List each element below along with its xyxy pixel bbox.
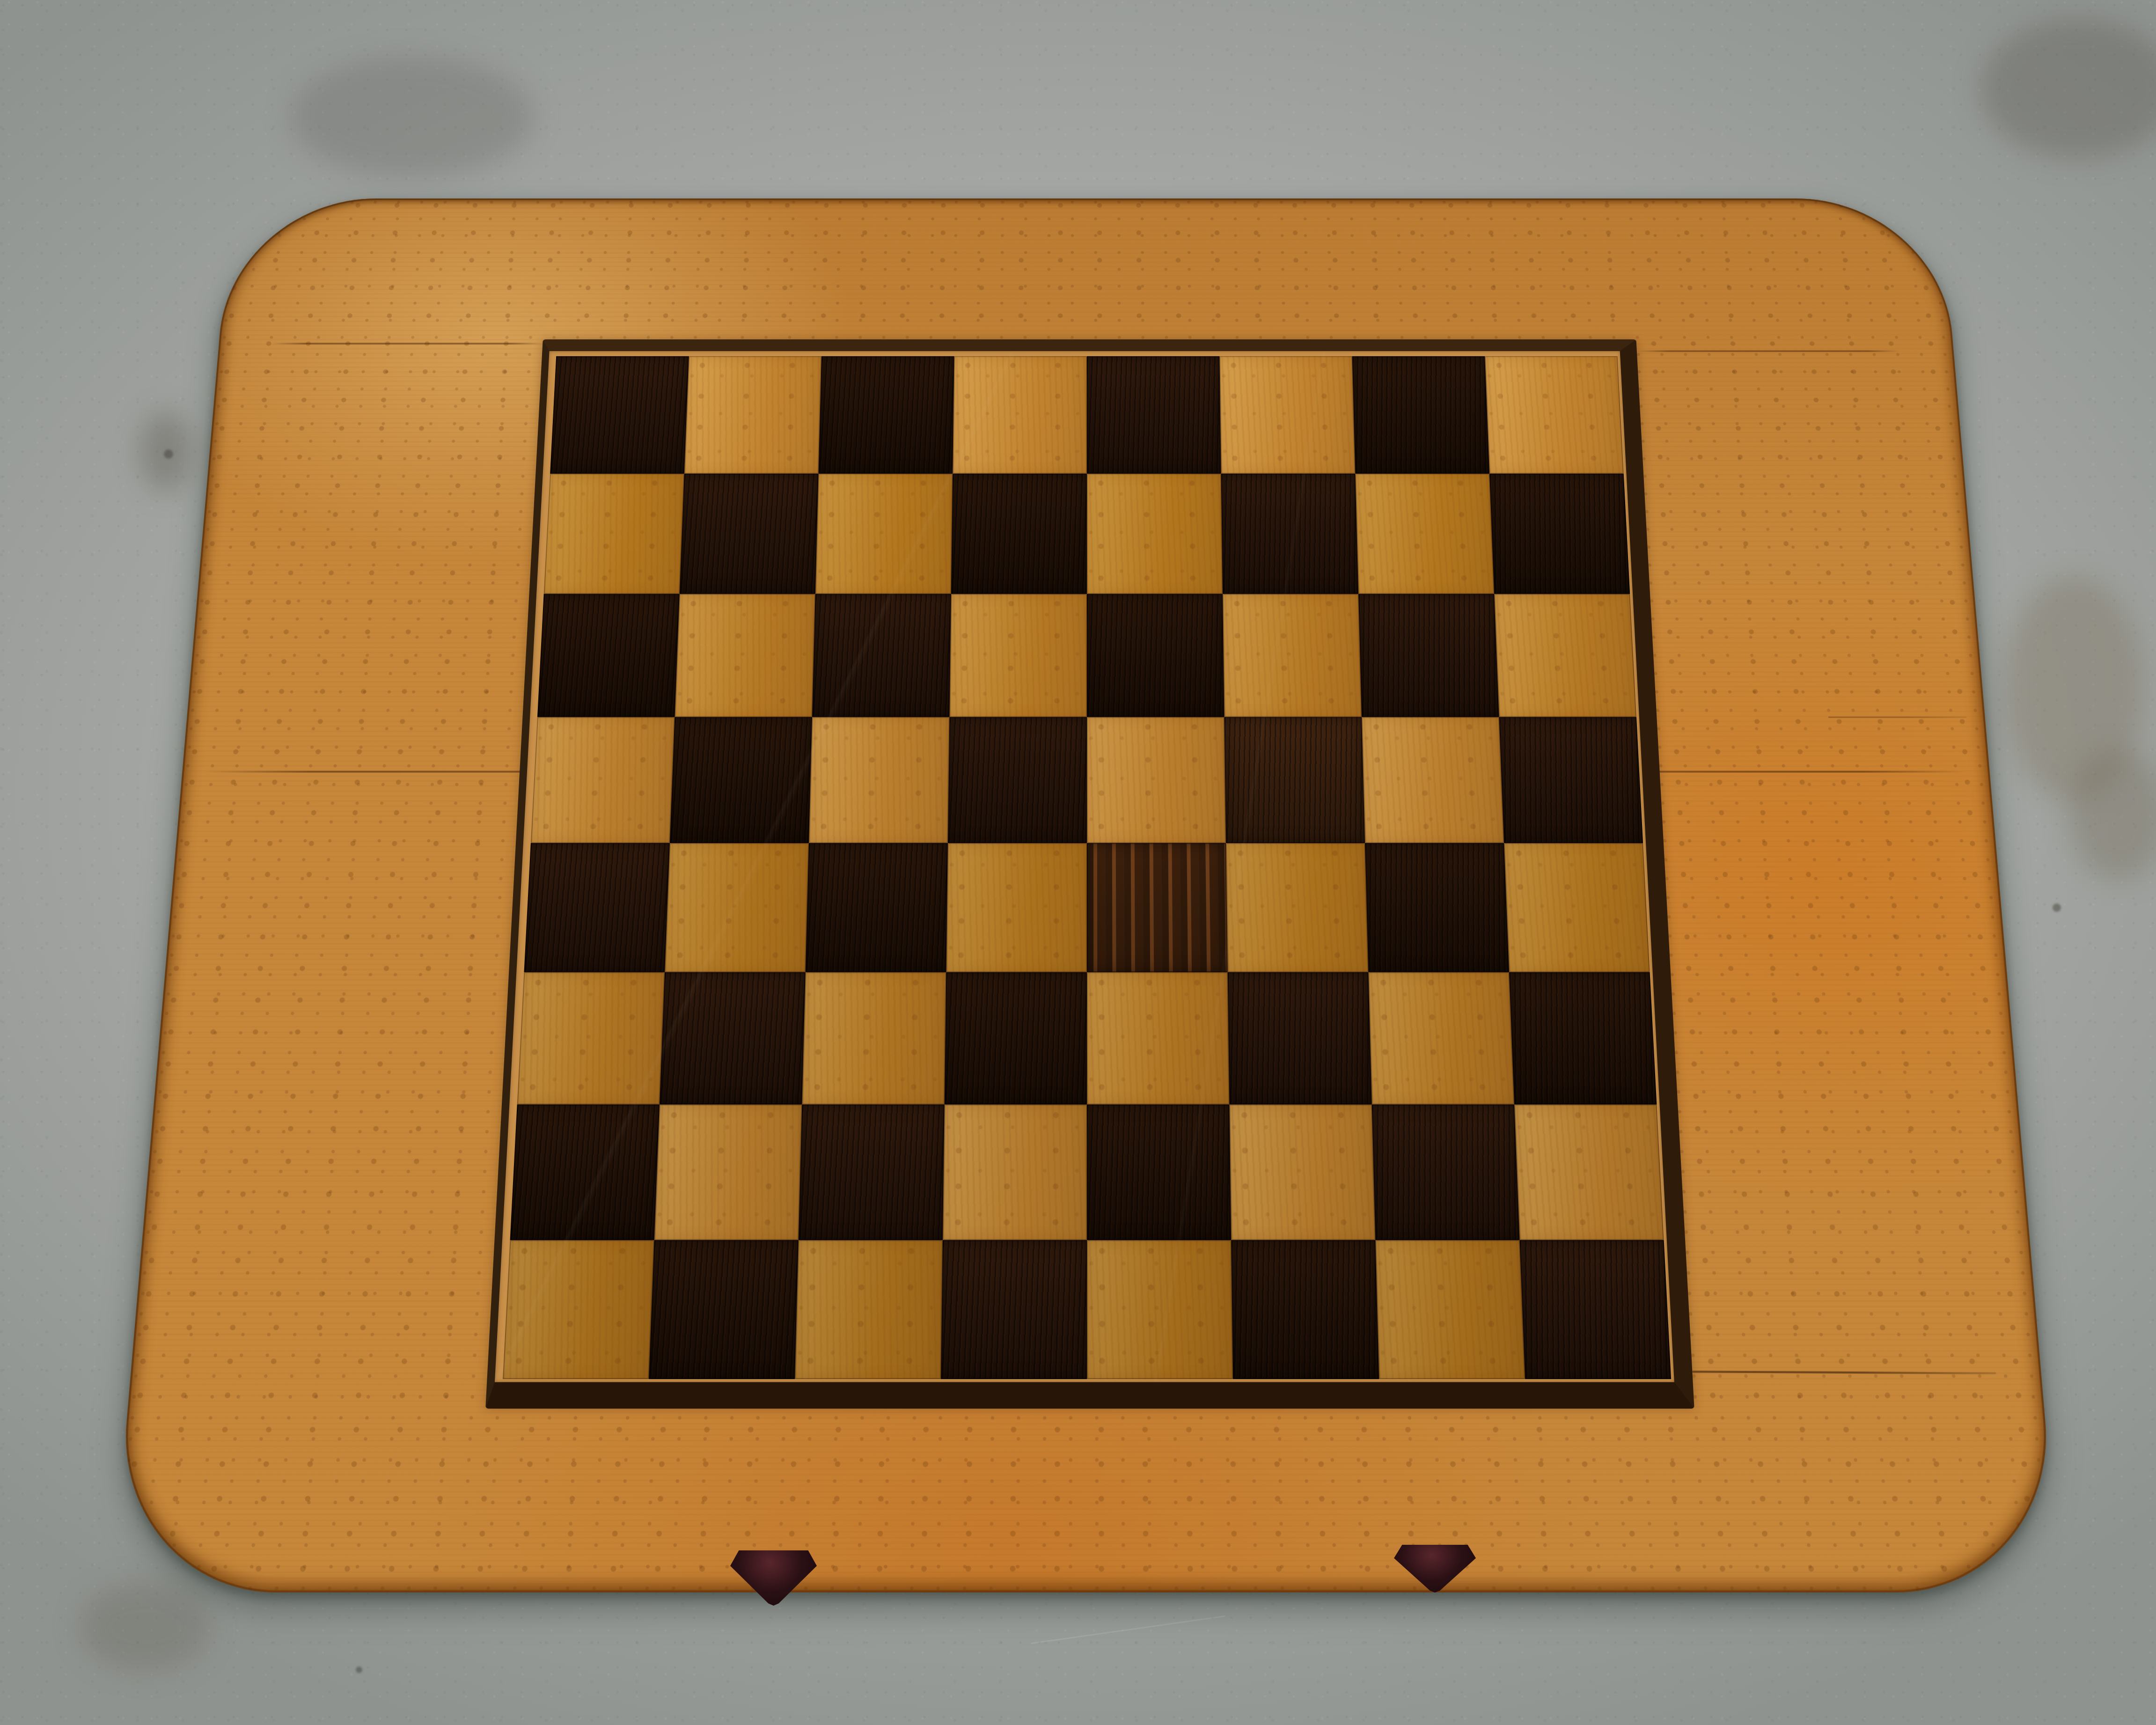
wood-crack-lower-right xyxy=(1692,1371,1996,1374)
square-a7[interactable] xyxy=(544,474,684,594)
square-a6[interactable] xyxy=(537,594,680,717)
square-c2[interactable] xyxy=(799,1104,945,1240)
floor-speck xyxy=(164,449,173,459)
square-c1[interactable] xyxy=(795,1240,943,1379)
square-h4[interactable] xyxy=(1504,843,1650,972)
square-g6[interactable] xyxy=(1358,594,1499,717)
square-h7[interactable] xyxy=(1489,474,1630,594)
square-b4[interactable] xyxy=(665,843,809,972)
square-g1[interactable] xyxy=(1375,1240,1525,1379)
games-table-top xyxy=(112,198,2060,1593)
chessboard xyxy=(485,339,1694,1409)
square-d8[interactable] xyxy=(953,356,1087,474)
square-e1[interactable] xyxy=(1087,1240,1233,1379)
square-e5[interactable] xyxy=(1087,717,1226,843)
floor-stain xyxy=(290,56,534,178)
square-a4[interactable] xyxy=(524,843,669,972)
square-h2[interactable] xyxy=(1514,1104,1664,1240)
square-a5[interactable] xyxy=(531,717,675,843)
square-b8[interactable] xyxy=(684,356,821,474)
square-e3[interactable] xyxy=(1087,972,1229,1105)
square-d3[interactable] xyxy=(945,972,1087,1105)
square-b2[interactable] xyxy=(654,1104,802,1240)
square-c3[interactable] xyxy=(802,972,946,1105)
square-g7[interactable] xyxy=(1355,474,1494,594)
square-h5[interactable] xyxy=(1499,717,1643,843)
square-h3[interactable] xyxy=(1509,972,1657,1105)
floor-scratch xyxy=(1031,1615,1225,1644)
square-c8[interactable] xyxy=(819,356,954,474)
square-f8[interactable] xyxy=(1219,356,1355,474)
square-f3[interactable] xyxy=(1228,972,1372,1105)
square-f1[interactable] xyxy=(1231,1240,1379,1379)
square-b3[interactable] xyxy=(660,972,806,1105)
square-f7[interactable] xyxy=(1221,474,1358,594)
square-b7[interactable] xyxy=(680,474,819,594)
square-c6[interactable] xyxy=(812,594,951,717)
square-g8[interactable] xyxy=(1352,356,1489,474)
floor-stain xyxy=(1980,19,2156,159)
square-c5[interactable] xyxy=(809,717,950,843)
floor-speck xyxy=(2053,903,2061,912)
square-b6[interactable] xyxy=(675,594,815,717)
square-e6[interactable] xyxy=(1087,594,1225,717)
square-c4[interactable] xyxy=(806,843,948,972)
square-f6[interactable] xyxy=(1223,594,1362,717)
square-a3[interactable] xyxy=(517,972,665,1105)
square-g5[interactable] xyxy=(1362,717,1504,843)
square-f2[interactable] xyxy=(1229,1104,1375,1240)
square-h6[interactable] xyxy=(1494,594,1636,717)
square-e7[interactable] xyxy=(1087,474,1223,594)
square-g2[interactable] xyxy=(1372,1104,1520,1240)
veneer-seam-upper-right xyxy=(1637,350,1899,352)
square-b5[interactable] xyxy=(670,717,812,843)
floor-speck xyxy=(356,1666,362,1673)
square-c7[interactable] xyxy=(815,474,953,594)
square-a2[interactable] xyxy=(510,1104,660,1240)
square-a1[interactable] xyxy=(503,1240,654,1379)
wood-crack-right xyxy=(1828,717,1967,718)
square-b1[interactable] xyxy=(649,1240,799,1379)
square-d7[interactable] xyxy=(951,474,1087,594)
square-d6[interactable] xyxy=(949,594,1087,717)
square-g4[interactable] xyxy=(1365,843,1509,972)
square-f5[interactable] xyxy=(1224,717,1365,843)
veneer-seam-upper-left xyxy=(272,343,544,345)
photo-scene xyxy=(0,0,2156,1725)
square-e8[interactable] xyxy=(1087,356,1221,474)
square-h8[interactable] xyxy=(1485,356,1624,474)
square-e2[interactable] xyxy=(1087,1104,1231,1240)
square-e4[interactable] xyxy=(1087,843,1228,972)
square-f4[interactable] xyxy=(1226,843,1368,972)
square-g3[interactable] xyxy=(1368,972,1514,1105)
square-a8[interactable] xyxy=(550,356,689,474)
square-d1[interactable] xyxy=(941,1240,1087,1379)
square-d2[interactable] xyxy=(943,1104,1087,1240)
floor-stain xyxy=(80,1582,211,1671)
board-grid xyxy=(503,356,1671,1379)
square-d4[interactable] xyxy=(946,843,1087,972)
square-d5[interactable] xyxy=(948,717,1087,843)
square-h1[interactable] xyxy=(1519,1240,1671,1379)
